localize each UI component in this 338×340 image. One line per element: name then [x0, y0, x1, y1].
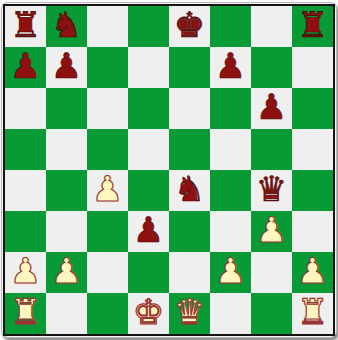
square-f6[interactable]	[210, 88, 251, 129]
white-queen-piece[interactable]: ♛	[174, 293, 205, 333]
square-a4[interactable]	[5, 170, 46, 211]
square-b2[interactable]: ♟	[46, 252, 87, 293]
square-b5[interactable]	[46, 129, 87, 170]
square-f1[interactable]	[210, 293, 251, 334]
square-c4[interactable]: ♟	[87, 170, 128, 211]
black-pawn-piece[interactable]: ♟	[256, 88, 287, 128]
square-h4[interactable]	[292, 170, 333, 211]
square-c8[interactable]	[87, 6, 128, 47]
white-pawn-piece[interactable]: ♟	[92, 170, 123, 210]
black-pawn-piece[interactable]: ♟	[10, 47, 41, 87]
square-h3[interactable]	[292, 211, 333, 252]
square-f8[interactable]	[210, 6, 251, 47]
square-c2[interactable]	[87, 252, 128, 293]
square-g7[interactable]	[251, 47, 292, 88]
black-king-piece[interactable]: ♚	[174, 6, 205, 46]
square-d7[interactable]	[128, 47, 169, 88]
white-rook-piece[interactable]: ♜	[297, 293, 328, 333]
square-c7[interactable]	[87, 47, 128, 88]
black-pawn-piece[interactable]: ♟	[215, 47, 246, 87]
white-pawn-piece[interactable]: ♟	[256, 211, 287, 251]
chess-board: ♜♞♚♜♟♟♟♟♟♞♛♟♟♟♟♟♟♜♚♛♜	[3, 4, 335, 336]
black-knight-piece[interactable]: ♞	[51, 6, 82, 46]
square-c6[interactable]	[87, 88, 128, 129]
square-f5[interactable]	[210, 129, 251, 170]
square-b7[interactable]: ♟	[46, 47, 87, 88]
square-e2[interactable]	[169, 252, 210, 293]
square-a8[interactable]: ♜	[5, 6, 46, 47]
square-d5[interactable]	[128, 129, 169, 170]
square-d1[interactable]: ♚	[128, 293, 169, 334]
square-e3[interactable]	[169, 211, 210, 252]
square-c3[interactable]	[87, 211, 128, 252]
square-e7[interactable]	[169, 47, 210, 88]
square-c5[interactable]	[87, 129, 128, 170]
square-a6[interactable]	[5, 88, 46, 129]
black-pawn-piece[interactable]: ♟	[133, 211, 164, 251]
square-h2[interactable]: ♟	[292, 252, 333, 293]
square-b6[interactable]	[46, 88, 87, 129]
square-g8[interactable]	[251, 6, 292, 47]
black-pawn-piece[interactable]: ♟	[51, 47, 82, 87]
square-g4[interactable]: ♛	[251, 170, 292, 211]
white-pawn-piece[interactable]: ♟	[215, 252, 246, 292]
white-pawn-piece[interactable]: ♟	[51, 252, 82, 292]
square-a1[interactable]: ♜	[5, 293, 46, 334]
square-b8[interactable]: ♞	[46, 6, 87, 47]
square-a3[interactable]	[5, 211, 46, 252]
square-e8[interactable]: ♚	[169, 6, 210, 47]
square-b1[interactable]	[46, 293, 87, 334]
square-h1[interactable]: ♜	[292, 293, 333, 334]
square-e4[interactable]: ♞	[169, 170, 210, 211]
square-b3[interactable]	[46, 211, 87, 252]
white-pawn-piece[interactable]: ♟	[297, 252, 328, 292]
black-knight-piece[interactable]: ♞	[174, 170, 205, 210]
black-rook-piece[interactable]: ♜	[297, 6, 328, 46]
square-e5[interactable]	[169, 129, 210, 170]
square-a2[interactable]: ♟	[5, 252, 46, 293]
board-frame: ♜♞♚♜♟♟♟♟♟♞♛♟♟♟♟♟♟♜♚♛♜	[1, 2, 337, 338]
square-f3[interactable]	[210, 211, 251, 252]
square-d2[interactable]	[128, 252, 169, 293]
square-h7[interactable]	[292, 47, 333, 88]
square-h5[interactable]	[292, 129, 333, 170]
square-b4[interactable]	[46, 170, 87, 211]
square-d8[interactable]	[128, 6, 169, 47]
square-g5[interactable]	[251, 129, 292, 170]
square-h6[interactable]	[292, 88, 333, 129]
square-d3[interactable]: ♟	[128, 211, 169, 252]
black-queen-piece[interactable]: ♛	[256, 170, 287, 210]
square-a7[interactable]: ♟	[5, 47, 46, 88]
square-g6[interactable]: ♟	[251, 88, 292, 129]
black-rook-piece[interactable]: ♜	[10, 6, 41, 46]
square-f4[interactable]	[210, 170, 251, 211]
square-e6[interactable]	[169, 88, 210, 129]
square-g1[interactable]	[251, 293, 292, 334]
square-c1[interactable]	[87, 293, 128, 334]
square-d4[interactable]	[128, 170, 169, 211]
square-h8[interactable]: ♜	[292, 6, 333, 47]
white-king-piece[interactable]: ♚	[133, 293, 164, 333]
square-f2[interactable]: ♟	[210, 252, 251, 293]
white-rook-piece[interactable]: ♜	[10, 293, 41, 333]
square-a5[interactable]	[5, 129, 46, 170]
square-e1[interactable]: ♛	[169, 293, 210, 334]
chess-app-screenshot: ♜♞♚♜♟♟♟♟♟♞♛♟♟♟♟♟♟♜♚♛♜	[0, 0, 338, 340]
white-pawn-piece[interactable]: ♟	[10, 252, 41, 292]
square-g2[interactable]	[251, 252, 292, 293]
square-d6[interactable]	[128, 88, 169, 129]
square-g3[interactable]: ♟	[251, 211, 292, 252]
square-f7[interactable]: ♟	[210, 47, 251, 88]
